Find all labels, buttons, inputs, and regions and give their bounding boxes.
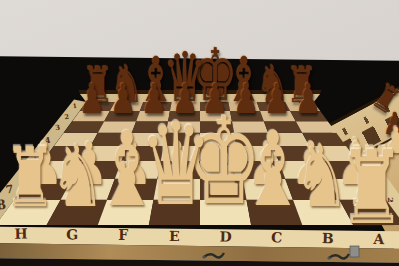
square-d2 [200,111,232,121]
file-label-B: B [322,230,335,246]
square-c5 [236,146,278,161]
file-label-F: F [118,227,128,243]
file-label-H: H [14,226,28,242]
far-border [80,94,320,102]
file-label-G: G [66,226,78,242]
square-d3 [200,121,234,133]
square-d8 [200,200,251,225]
square-d6 [200,161,243,179]
square-a1 [285,102,320,111]
square-f6 [115,161,161,179]
square-c7 [243,179,293,200]
file-label-C: C [271,229,283,245]
square-e5 [161,146,200,161]
square-e2 [168,111,200,121]
square-f8 [98,200,154,225]
square-g2 [104,111,140,121]
far-file-label-H: H [98,99,103,104]
file-label-E: E [169,228,180,244]
far-file-label-C: C [240,99,244,104]
file-label-A: A [372,231,386,248]
far-file-label-E: E [183,99,187,104]
square-f5 [121,146,163,161]
square-f4 [127,133,166,146]
square-e7 [154,179,200,200]
square-e3 [166,121,200,133]
far-file-label-G: G [127,99,131,104]
right-rank-label-3: 3 [376,177,385,182]
square-b2 [260,111,296,121]
far-file-label-A: A [297,99,302,104]
square-a4 [302,133,346,146]
square-d4 [200,133,236,146]
photo-scene: HGFEDCBA87654321234HGFEDCBA ♜♞♝♚♛♝♞♜♟♟♟♟… [0,0,399,266]
square-c3 [232,121,268,133]
far-file-label-D: D [212,99,216,104]
square-c2 [230,111,264,121]
square-f3 [132,121,168,133]
far-file-label-B: B [269,99,273,104]
plate [350,246,359,257]
file-label-D: D [219,229,231,245]
square-e4 [164,133,200,146]
square-c4 [234,133,273,146]
square-f7 [107,179,157,200]
square-c6 [239,161,285,179]
square-d7 [200,179,246,200]
square-e8 [149,200,200,225]
square-d5 [200,146,239,161]
far-rim [79,90,322,94]
right-rank-label-4: 4 [363,161,372,166]
square-c8 [246,200,302,225]
square-e6 [157,161,200,179]
square-g3 [98,121,136,133]
square-f2 [136,111,170,121]
chess-board: HGFEDCBA87654321234HGFEDCBA [0,0,399,266]
square-g1 [110,102,143,111]
square-a3 [296,121,336,133]
square-b3 [264,121,302,133]
right-rank-label-2: 2 [386,197,396,203]
square-a2 [290,111,328,121]
